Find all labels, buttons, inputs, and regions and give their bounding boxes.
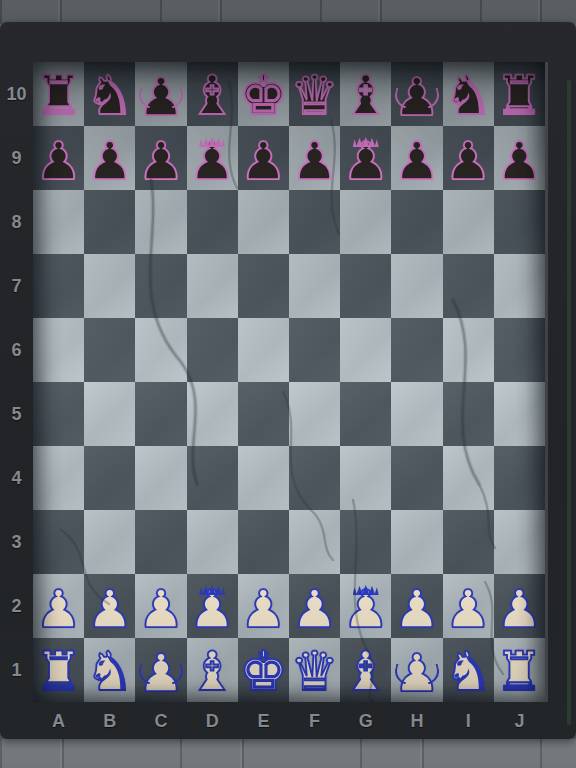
square-e6[interactable] [238, 318, 289, 382]
square-g5[interactable] [340, 382, 391, 446]
piece-glyph: ♟ [138, 135, 185, 187]
square-a8[interactable] [33, 190, 84, 254]
square-c9[interactable]: ♟ [135, 126, 186, 190]
white-bishop[interactable]: ♝ [340, 638, 391, 702]
white-pawn[interactable]: ♟ [135, 574, 186, 638]
board: ♜♞♟♝♚♛♝♟♞♜♟♟♟♟♟♟♟♟♟♟♟♟♟♟♟♟♟♟♟♟♜♞♟♝♚♛♝♟♞♜ [33, 62, 545, 702]
black-pawn[interactable]: ♟ [84, 126, 135, 190]
square-b2[interactable]: ♟ [84, 574, 135, 638]
square-a2[interactable]: ♟ [33, 574, 84, 638]
wall-tiles-bottom [0, 739, 576, 768]
piece-glyph: ♞ [444, 69, 492, 123]
square-h2[interactable]: ♟ [391, 574, 442, 638]
wall-tiles-top [0, 0, 576, 24]
square-b5[interactable] [84, 382, 135, 446]
piece-glyph: ♟ [445, 135, 492, 187]
square-i2[interactable]: ♟ [443, 574, 494, 638]
piece-glyph: ♞ [444, 645, 492, 699]
black-pawn[interactable]: ♟ [238, 126, 289, 190]
piece-glyph: ♟ [86, 583, 133, 635]
square-c5[interactable] [135, 382, 186, 446]
piece-glyph: ♜ [495, 69, 543, 123]
square-a3[interactable] [33, 510, 84, 574]
file-label-h: H [391, 705, 442, 737]
piece-glyph: ♟ [240, 135, 287, 187]
piece-glyph: ♟ [394, 583, 441, 635]
black-winged-pawn[interactable]: ♟ [391, 62, 442, 126]
square-j4[interactable] [494, 446, 545, 510]
rank-label-1: 1 [0, 638, 33, 702]
file-label-a: A [33, 705, 84, 737]
white-pawn[interactable]: ♟ [391, 574, 442, 638]
white-rook[interactable]: ♜ [494, 638, 545, 702]
piece-glyph: ♛ [290, 69, 338, 123]
square-c8[interactable] [135, 190, 186, 254]
square-e7[interactable] [238, 254, 289, 318]
black-pawn[interactable]: ♟ [33, 126, 84, 190]
square-i3[interactable] [443, 510, 494, 574]
white-pawn[interactable]: ♟ [238, 574, 289, 638]
rank-label-7: 7 [0, 254, 33, 318]
piece-glyph: ♚ [239, 645, 287, 699]
black-king[interactable]: ♚ [238, 62, 289, 126]
square-e5[interactable] [238, 382, 289, 446]
white-crowned-pawn[interactable]: ♟ [340, 574, 391, 638]
square-i6[interactable] [443, 318, 494, 382]
square-f8[interactable] [289, 190, 340, 254]
board-area: ♜♞♟♝♚♛♝♟♞♜♟♟♟♟♟♟♟♟♟♟♟♟♟♟♟♟♟♟♟♟♜♞♟♝♚♛♝♟♞♜ [33, 62, 545, 702]
piece-glyph: ♝ [188, 645, 236, 699]
square-c10[interactable]: ♟ [135, 62, 186, 126]
rank-label-10: 10 [0, 62, 33, 126]
rank-label-2: 2 [0, 574, 33, 638]
square-b3[interactable] [84, 510, 135, 574]
rank-label-6: 6 [0, 318, 33, 382]
square-i7[interactable] [443, 254, 494, 318]
white-winged-pawn[interactable]: ♟ [391, 638, 442, 702]
square-j9[interactable]: ♟ [494, 126, 545, 190]
square-e3[interactable] [238, 510, 289, 574]
square-h9[interactable]: ♟ [391, 126, 442, 190]
rank-label-4: 4 [0, 446, 33, 510]
square-f7[interactable] [289, 254, 340, 318]
square-b4[interactable] [84, 446, 135, 510]
square-d4[interactable] [187, 446, 238, 510]
square-g10[interactable]: ♝ [340, 62, 391, 126]
piece-glyph: ♚ [239, 69, 287, 123]
white-pawn[interactable]: ♟ [443, 574, 494, 638]
square-b1[interactable]: ♞ [84, 638, 135, 702]
square-g4[interactable] [340, 446, 391, 510]
piece-glyph: ♟ [291, 583, 338, 635]
square-e10[interactable]: ♚ [238, 62, 289, 126]
square-d7[interactable] [187, 254, 238, 318]
square-c6[interactable] [135, 318, 186, 382]
black-knight[interactable]: ♞ [443, 62, 494, 126]
rank-label-5: 5 [0, 382, 33, 446]
square-h6[interactable] [391, 318, 442, 382]
black-crowned-pawn[interactable]: ♟ [187, 126, 238, 190]
square-a9[interactable]: ♟ [33, 126, 84, 190]
file-label-f: F [289, 705, 340, 737]
square-f9[interactable]: ♟ [289, 126, 340, 190]
piece-glyph: ♟ [394, 135, 441, 187]
piece-glyph: ♜ [34, 645, 82, 699]
piece-glyph: ♜ [495, 645, 543, 699]
white-rook[interactable]: ♜ [33, 638, 84, 702]
piece-glyph: ♜ [34, 69, 82, 123]
file-label-d: D [187, 705, 238, 737]
square-b8[interactable] [84, 190, 135, 254]
piece-glyph: ♟ [240, 583, 287, 635]
square-f6[interactable] [289, 318, 340, 382]
square-d3[interactable] [187, 510, 238, 574]
square-h1[interactable]: ♟ [391, 638, 442, 702]
white-pawn[interactable]: ♟ [494, 574, 545, 638]
game-window: ♜♞♟♝♚♛♝♟♞♜♟♟♟♟♟♟♟♟♟♟♟♟♟♟♟♟♟♟♟♟♜♞♟♝♚♛♝♟♞♜… [0, 0, 576, 768]
piece-glyph: ♝ [342, 645, 390, 699]
square-i10[interactable]: ♞ [443, 62, 494, 126]
square-f10[interactable]: ♛ [289, 62, 340, 126]
square-h7[interactable] [391, 254, 442, 318]
frame-green-edge [567, 80, 571, 725]
piece-glyph: ♟ [445, 583, 492, 635]
square-h8[interactable] [391, 190, 442, 254]
square-f4[interactable] [289, 446, 340, 510]
square-g9[interactable]: ♟ [340, 126, 391, 190]
square-h4[interactable] [391, 446, 442, 510]
black-bishop[interactable]: ♝ [340, 62, 391, 126]
white-crowned-pawn[interactable]: ♟ [187, 574, 238, 638]
file-label-g: G [340, 705, 391, 737]
file-label-c: C [135, 705, 186, 737]
white-pawn[interactable]: ♟ [84, 574, 135, 638]
square-e1[interactable]: ♚ [238, 638, 289, 702]
square-j10[interactable]: ♜ [494, 62, 545, 126]
square-f2[interactable]: ♟ [289, 574, 340, 638]
square-j8[interactable] [494, 190, 545, 254]
piece-glyph: ♞ [86, 69, 134, 123]
file-label-b: B [84, 705, 135, 737]
white-winged-pawn[interactable]: ♟ [135, 638, 186, 702]
square-d8[interactable] [187, 190, 238, 254]
square-f1[interactable]: ♛ [289, 638, 340, 702]
square-d10[interactable]: ♝ [187, 62, 238, 126]
square-b9[interactable]: ♟ [84, 126, 135, 190]
square-c2[interactable]: ♟ [135, 574, 186, 638]
square-j5[interactable] [494, 382, 545, 446]
square-h10[interactable]: ♟ [391, 62, 442, 126]
piece-glyph: ♟ [496, 583, 543, 635]
file-label-e: E [238, 705, 289, 737]
square-d6[interactable] [187, 318, 238, 382]
black-queen[interactable]: ♛ [289, 62, 340, 126]
white-knight[interactable]: ♞ [84, 638, 135, 702]
square-c3[interactable] [135, 510, 186, 574]
black-rook[interactable]: ♜ [494, 62, 545, 126]
square-a10[interactable]: ♜ [33, 62, 84, 126]
black-pawn[interactable]: ♟ [494, 126, 545, 190]
square-g1[interactable]: ♝ [340, 638, 391, 702]
square-a1[interactable]: ♜ [33, 638, 84, 702]
piece-glyph: ♝ [342, 69, 390, 123]
square-g2[interactable]: ♟ [340, 574, 391, 638]
piece-glyph: ♛ [290, 645, 338, 699]
black-winged-pawn[interactable]: ♟ [135, 62, 186, 126]
square-b7[interactable] [84, 254, 135, 318]
square-g3[interactable] [340, 510, 391, 574]
white-knight[interactable]: ♞ [443, 638, 494, 702]
piece-glyph: ♝ [188, 69, 236, 123]
black-knight[interactable]: ♞ [84, 62, 135, 126]
square-i1[interactable]: ♞ [443, 638, 494, 702]
square-i8[interactable] [443, 190, 494, 254]
piece-glyph: ♟ [35, 135, 82, 187]
piece-glyph: ♟ [86, 135, 133, 187]
square-i4[interactable] [443, 446, 494, 510]
square-j7[interactable] [494, 254, 545, 318]
square-i5[interactable] [443, 382, 494, 446]
file-label-i: I [443, 705, 494, 737]
white-queen[interactable]: ♛ [289, 638, 340, 702]
square-c7[interactable] [135, 254, 186, 318]
white-bishop[interactable]: ♝ [187, 638, 238, 702]
black-pawn[interactable]: ♟ [391, 126, 442, 190]
black-pawn[interactable]: ♟ [135, 126, 186, 190]
black-crowned-pawn[interactable]: ♟ [340, 126, 391, 190]
square-d1[interactable]: ♝ [187, 638, 238, 702]
square-e2[interactable]: ♟ [238, 574, 289, 638]
square-g8[interactable] [340, 190, 391, 254]
black-bishop[interactable]: ♝ [187, 62, 238, 126]
white-pawn[interactable]: ♟ [289, 574, 340, 638]
piece-glyph: ♞ [86, 645, 134, 699]
square-g6[interactable] [340, 318, 391, 382]
square-a6[interactable] [33, 318, 84, 382]
piece-glyph: ♟ [138, 583, 185, 635]
square-d9[interactable]: ♟ [187, 126, 238, 190]
black-pawn[interactable]: ♟ [289, 126, 340, 190]
file-label-j: J [494, 705, 545, 737]
square-j6[interactable] [494, 318, 545, 382]
rank-label-9: 9 [0, 126, 33, 190]
square-j3[interactable] [494, 510, 545, 574]
square-f3[interactable] [289, 510, 340, 574]
square-a5[interactable] [33, 382, 84, 446]
square-d2[interactable]: ♟ [187, 574, 238, 638]
square-d5[interactable] [187, 382, 238, 446]
square-h5[interactable] [391, 382, 442, 446]
square-j1[interactable]: ♜ [494, 638, 545, 702]
square-a4[interactable] [33, 446, 84, 510]
white-king[interactable]: ♚ [238, 638, 289, 702]
square-j2[interactable]: ♟ [494, 574, 545, 638]
black-rook[interactable]: ♜ [33, 62, 84, 126]
square-i9[interactable]: ♟ [443, 126, 494, 190]
rank-label-8: 8 [0, 190, 33, 254]
square-c1[interactable]: ♟ [135, 638, 186, 702]
square-g7[interactable] [340, 254, 391, 318]
square-h3[interactable] [391, 510, 442, 574]
piece-glyph: ♟ [35, 583, 82, 635]
square-e9[interactable]: ♟ [238, 126, 289, 190]
square-f5[interactable] [289, 382, 340, 446]
square-e4[interactable] [238, 446, 289, 510]
rank-label-3: 3 [0, 510, 33, 574]
square-e8[interactable] [238, 190, 289, 254]
square-a7[interactable] [33, 254, 84, 318]
square-b10[interactable]: ♞ [84, 62, 135, 126]
square-b6[interactable] [84, 318, 135, 382]
square-c4[interactable] [135, 446, 186, 510]
piece-glyph: ♟ [496, 135, 543, 187]
white-pawn[interactable]: ♟ [33, 574, 84, 638]
piece-glyph: ♟ [291, 135, 338, 187]
black-pawn[interactable]: ♟ [443, 126, 494, 190]
